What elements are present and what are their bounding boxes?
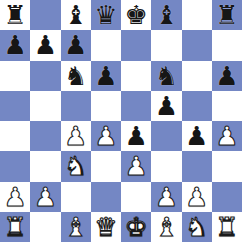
square-a4[interactable] (0, 121, 30, 151)
square-d7[interactable] (91, 30, 121, 60)
square-b3[interactable] (30, 151, 60, 181)
square-d5[interactable] (91, 91, 121, 121)
square-b2[interactable]: ♟ (30, 182, 60, 212)
piece-black-pawn[interactable]: ♟ (155, 91, 178, 121)
square-c5[interactable] (61, 91, 91, 121)
piece-black-pawn[interactable]: ♟ (3, 30, 26, 60)
square-g6[interactable] (182, 61, 212, 91)
square-e8[interactable]: ♚ (121, 0, 151, 30)
square-e7[interactable] (121, 30, 151, 60)
square-d3[interactable] (91, 151, 121, 181)
piece-white-bishop[interactable]: ♝ (155, 212, 178, 242)
square-h6[interactable]: ♟ (212, 61, 242, 91)
piece-black-knight[interactable]: ♞ (155, 61, 178, 91)
square-g5[interactable] (182, 91, 212, 121)
piece-white-pawn[interactable]: ♟ (155, 182, 178, 212)
piece-black-pawn[interactable]: ♟ (64, 30, 87, 60)
piece-black-queen[interactable]: ♛ (94, 0, 117, 30)
square-h8[interactable]: ♜ (212, 0, 242, 30)
square-a3[interactable] (0, 151, 30, 181)
piece-white-pawn[interactable]: ♟ (34, 182, 57, 212)
square-b1[interactable] (30, 212, 60, 242)
square-f3[interactable] (151, 151, 181, 181)
piece-white-rook[interactable]: ♜ (215, 212, 238, 242)
square-e4[interactable]: ♟ (121, 121, 151, 151)
square-c6[interactable]: ♞ (61, 61, 91, 91)
square-c7[interactable]: ♟ (61, 30, 91, 60)
square-e2[interactable] (121, 182, 151, 212)
square-f4[interactable] (151, 121, 181, 151)
square-b6[interactable] (30, 61, 60, 91)
square-g2[interactable]: ♟ (182, 182, 212, 212)
square-f1[interactable]: ♝ (151, 212, 181, 242)
piece-white-pawn[interactable]: ♟ (215, 121, 238, 151)
piece-black-rook[interactable]: ♜ (3, 0, 26, 30)
piece-white-rook[interactable]: ♜ (3, 212, 26, 242)
square-h1[interactable]: ♜ (212, 212, 242, 242)
square-e5[interactable] (121, 91, 151, 121)
square-g8[interactable] (182, 0, 212, 30)
square-f6[interactable]: ♞ (151, 61, 181, 91)
square-c1[interactable]: ♝ (61, 212, 91, 242)
square-e3[interactable]: ♟ (121, 151, 151, 181)
square-h4[interactable]: ♟ (212, 121, 242, 151)
piece-white-knight[interactable]: ♞ (64, 151, 87, 181)
square-b8[interactable] (30, 0, 60, 30)
square-c3[interactable]: ♞ (61, 151, 91, 181)
piece-black-pawn[interactable]: ♟ (34, 30, 57, 60)
piece-white-pawn[interactable]: ♟ (124, 151, 147, 181)
square-g4[interactable]: ♟ (182, 121, 212, 151)
piece-black-knight[interactable]: ♞ (64, 61, 87, 91)
piece-black-bishop[interactable]: ♝ (64, 0, 87, 30)
square-f2[interactable]: ♟ (151, 182, 181, 212)
square-d8[interactable]: ♛ (91, 0, 121, 30)
square-a5[interactable] (0, 91, 30, 121)
piece-black-pawn[interactable]: ♟ (185, 121, 208, 151)
square-b7[interactable]: ♟ (30, 30, 60, 60)
square-a6[interactable] (0, 61, 30, 91)
square-c8[interactable]: ♝ (61, 0, 91, 30)
piece-white-pawn[interactable]: ♟ (94, 121, 117, 151)
square-c2[interactable] (61, 182, 91, 212)
square-a2[interactable]: ♟ (0, 182, 30, 212)
square-f8[interactable]: ♝ (151, 0, 181, 30)
square-f7[interactable] (151, 30, 181, 60)
piece-white-pawn[interactable]: ♟ (64, 121, 87, 151)
square-d4[interactable]: ♟ (91, 121, 121, 151)
piece-black-pawn[interactable]: ♟ (94, 61, 117, 91)
square-d1[interactable]: ♛ (91, 212, 121, 242)
square-d2[interactable] (91, 182, 121, 212)
square-b5[interactable] (30, 91, 60, 121)
piece-white-king[interactable]: ♚ (124, 212, 147, 242)
square-e1[interactable]: ♚ (121, 212, 151, 242)
square-h2[interactable] (212, 182, 242, 212)
piece-black-king[interactable]: ♚ (124, 0, 147, 30)
square-g7[interactable] (182, 30, 212, 60)
square-f5[interactable]: ♟ (151, 91, 181, 121)
piece-black-bishop[interactable]: ♝ (155, 0, 178, 30)
piece-black-rook[interactable]: ♜ (215, 0, 238, 30)
square-a7[interactable]: ♟ (0, 30, 30, 60)
chess-board: ♜♝♛♚♝♜♟♟♟♞♟♞♟♟♟♟♟♟♟♞♟♟♟♟♟♜♝♛♚♝♞♜ (0, 0, 242, 242)
square-a8[interactable]: ♜ (0, 0, 30, 30)
square-b4[interactable] (30, 121, 60, 151)
square-h3[interactable] (212, 151, 242, 181)
square-d6[interactable]: ♟ (91, 61, 121, 91)
piece-white-pawn[interactable]: ♟ (185, 182, 208, 212)
piece-white-pawn[interactable]: ♟ (3, 182, 26, 212)
piece-white-knight[interactable]: ♞ (185, 212, 208, 242)
piece-white-queen[interactable]: ♛ (94, 212, 117, 242)
square-a1[interactable]: ♜ (0, 212, 30, 242)
square-c4[interactable]: ♟ (61, 121, 91, 151)
square-h5[interactable] (212, 91, 242, 121)
square-g1[interactable]: ♞ (182, 212, 212, 242)
square-e6[interactable] (121, 61, 151, 91)
piece-white-bishop[interactable]: ♝ (64, 212, 87, 242)
piece-black-pawn[interactable]: ♟ (124, 121, 147, 151)
piece-black-pawn[interactable]: ♟ (215, 61, 238, 91)
square-h7[interactable] (212, 30, 242, 60)
square-g3[interactable] (182, 151, 212, 181)
